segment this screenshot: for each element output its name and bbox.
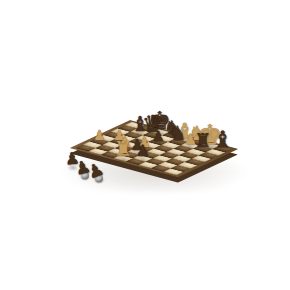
piece-black-bishop-h8[interactable]: ♝ <box>212 128 232 151</box>
product-photo-canvas: ♚♞♝♞♚♝♝♛♞♟♜♟♟♟♟♟♟♟♜♟♟♟ <box>0 0 290 290</box>
piece-black-pawn-e2[interactable]: ♟ <box>136 144 150 160</box>
piece-white-rook-d1[interactable]: ♜ <box>114 139 132 160</box>
piece-white-pawn-a3[interactable]: ♟ <box>93 129 105 143</box>
pieces-layer: ♚♞♝♞♚♝♝♛♞♟♜♟♟♟♟♟♟♟♜♟♟♟ <box>0 0 290 290</box>
piece-black-pawn-d6[interactable]: ♟ <box>152 129 165 143</box>
piece-black-rook-g7[interactable]: ♜ <box>194 131 211 150</box>
